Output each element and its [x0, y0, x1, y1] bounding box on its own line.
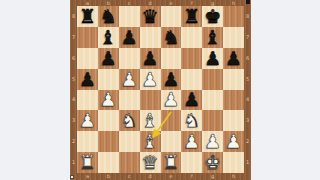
coordinate-file-bottom-b: b — [98, 174, 119, 179]
coordinate-rank-left-5: 5 — [70, 77, 77, 82]
piece-black-pawn-g6[interactable]: ♟ — [202, 48, 223, 69]
coordinate-file-top-g: g — [202, 1, 223, 6]
square-f1[interactable] — [181, 152, 202, 173]
square-f5[interactable] — [181, 69, 202, 90]
coordinate-file-top-e: e — [161, 1, 182, 6]
square-b5[interactable] — [98, 69, 119, 90]
piece-white-king-g1[interactable]: ♚ — [202, 152, 223, 173]
coordinate-rank-right-7: 7 — [244, 35, 251, 40]
square-a6[interactable] — [77, 48, 98, 69]
piece-black-pawn-h6[interactable]: ♟ — [223, 48, 244, 69]
piece-white-bishop-d3[interactable]: ♝ — [140, 110, 161, 131]
piece-white-pawn-h2[interactable]: ♟ — [223, 131, 244, 152]
chess-board: ♜♞♛♜♚♝♟♞♝♟♟♟♟♟♟♟♟♟♟♟♟♞♝♞♝♟♟♟♜♛♜♚ aabbccd… — [70, 0, 251, 180]
square-a7[interactable] — [77, 27, 98, 48]
coordinate-rank-right-8: 8 — [244, 14, 251, 19]
coordinate-rank-left-7: 7 — [70, 35, 77, 40]
coordinate-rank-right-2: 2 — [244, 139, 251, 144]
coordinate-rank-right-4: 4 — [244, 97, 251, 102]
square-e6[interactable] — [161, 48, 182, 69]
piece-white-rook-e1[interactable]: ♜ — [161, 152, 182, 173]
square-a2[interactable] — [77, 131, 98, 152]
piece-white-pawn-b4[interactable]: ♟ — [98, 90, 119, 111]
piece-black-pawn-f4[interactable]: ♟ — [181, 90, 202, 111]
square-g4[interactable] — [202, 90, 223, 111]
coordinate-file-top-b: b — [98, 1, 119, 6]
coordinate-rank-right-3: 3 — [244, 118, 251, 123]
piece-black-bishop-b7[interactable]: ♝ — [98, 27, 119, 48]
piece-white-rook-a1[interactable]: ♜ — [77, 152, 98, 173]
square-c8[interactable] — [119, 6, 140, 27]
square-b2[interactable] — [98, 131, 119, 152]
piece-white-pawn-d5[interactable]: ♟ — [140, 69, 161, 90]
piece-white-queen-d1[interactable]: ♛ — [140, 152, 161, 173]
piece-white-knight-c3[interactable]: ♞ — [119, 110, 140, 131]
square-h5[interactable] — [223, 69, 244, 90]
square-d7[interactable] — [140, 27, 161, 48]
black-to-move-indicator — [246, 0, 250, 4]
piece-black-queen-d8[interactable]: ♛ — [140, 6, 161, 27]
piece-white-pawn-c5[interactable]: ♟ — [119, 69, 140, 90]
square-h8[interactable] — [223, 6, 244, 27]
piece-black-pawn-b6[interactable]: ♟ — [98, 48, 119, 69]
square-g5[interactable] — [202, 69, 223, 90]
piece-black-pawn-c7[interactable]: ♟ — [119, 27, 140, 48]
coordinate-rank-left-4: 4 — [70, 97, 77, 102]
coordinate-rank-left-2: 2 — [70, 139, 77, 144]
square-h1[interactable] — [223, 152, 244, 173]
piece-black-rook-f8[interactable]: ♜ — [181, 6, 202, 27]
piece-black-pawn-e5[interactable]: ♟ — [161, 69, 182, 90]
white-corner-indicator — [70, 175, 74, 179]
piece-white-pawn-g2[interactable]: ♟ — [202, 131, 223, 152]
square-f7[interactable] — [181, 27, 202, 48]
coordinate-rank-left-8: 8 — [70, 14, 77, 19]
square-h7[interactable] — [223, 27, 244, 48]
coordinate-file-bottom-f: f — [181, 174, 202, 179]
square-g3[interactable] — [202, 110, 223, 131]
square-c6[interactable] — [119, 48, 140, 69]
coordinate-file-top-h: h — [223, 1, 244, 6]
coordinate-file-bottom-d: d — [140, 174, 161, 179]
coordinate-rank-right-6: 6 — [244, 56, 251, 61]
coordinate-file-bottom-a: a — [77, 174, 98, 179]
square-e8[interactable] — [161, 6, 182, 27]
piece-black-pawn-a5[interactable]: ♟ — [77, 69, 98, 90]
coordinate-rank-left-3: 3 — [70, 118, 77, 123]
piece-white-pawn-a3[interactable]: ♟ — [77, 110, 98, 131]
coordinate-rank-left-6: 6 — [70, 56, 77, 61]
piece-black-knight-e7[interactable]: ♞ — [161, 27, 182, 48]
coordinate-file-bottom-h: h — [223, 174, 244, 179]
square-b3[interactable] — [98, 110, 119, 131]
square-a4[interactable] — [77, 90, 98, 111]
piece-black-knight-b8[interactable]: ♞ — [98, 6, 119, 27]
coordinate-file-bottom-c: c — [119, 174, 140, 179]
square-c1[interactable] — [119, 152, 140, 173]
square-e2[interactable] — [161, 131, 182, 152]
piece-white-pawn-e4[interactable]: ♟ — [161, 90, 182, 111]
piece-black-pawn-d6[interactable]: ♟ — [140, 48, 161, 69]
square-c2[interactable] — [119, 131, 140, 152]
square-h4[interactable] — [223, 90, 244, 111]
piece-black-rook-a8[interactable]: ♜ — [77, 6, 98, 27]
coordinate-file-top-f: f — [181, 1, 202, 6]
piece-white-knight-f3[interactable]: ♞ — [181, 110, 202, 131]
piece-white-bishop-d2[interactable]: ♝ — [140, 131, 161, 152]
square-d4[interactable] — [140, 90, 161, 111]
coordinate-rank-left-1: 1 — [70, 160, 77, 165]
square-c4[interactable] — [119, 90, 140, 111]
piece-black-bishop-g7[interactable]: ♝ — [202, 27, 223, 48]
square-f6[interactable] — [181, 48, 202, 69]
square-h3[interactable] — [223, 110, 244, 131]
coordinate-file-top-d: d — [140, 1, 161, 6]
coordinate-rank-right-5: 5 — [244, 77, 251, 82]
coordinate-rank-right-1: 1 — [244, 160, 251, 165]
coordinate-file-top-c: c — [119, 1, 140, 6]
coordinate-file-bottom-e: e — [161, 174, 182, 179]
piece-black-king-g8[interactable]: ♚ — [202, 6, 223, 27]
square-b1[interactable] — [98, 152, 119, 173]
coordinate-file-bottom-g: g — [202, 174, 223, 179]
piece-white-pawn-f2[interactable]: ♟ — [181, 131, 202, 152]
square-e3[interactable] — [161, 110, 182, 131]
coordinate-file-top-a: a — [77, 1, 98, 6]
